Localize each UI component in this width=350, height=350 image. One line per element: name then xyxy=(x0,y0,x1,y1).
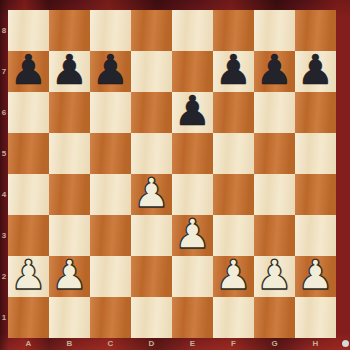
square-h5[interactable] xyxy=(295,133,336,174)
square-b4[interactable] xyxy=(49,174,90,215)
square-b6[interactable] xyxy=(49,92,90,133)
black-pawn[interactable]: ♟ xyxy=(8,50,49,91)
square-f4[interactable] xyxy=(213,174,254,215)
file-label: E xyxy=(172,337,213,350)
square-a3[interactable] xyxy=(8,215,49,256)
white-pawn[interactable]: ♟ xyxy=(213,255,254,296)
black-pawn[interactable]: ♟ xyxy=(295,50,336,91)
square-a8[interactable] xyxy=(8,10,49,51)
square-h2[interactable]: ♟ xyxy=(295,256,336,297)
square-g1[interactable] xyxy=(254,297,295,338)
black-pawn[interactable]: ♟ xyxy=(254,50,295,91)
square-d7[interactable] xyxy=(131,51,172,92)
file-label: H xyxy=(295,337,336,350)
file-label: A xyxy=(8,337,49,350)
rank-label: 8 xyxy=(0,10,8,51)
square-e2[interactable] xyxy=(172,256,213,297)
square-d4[interactable]: ♟ xyxy=(131,174,172,215)
square-g2[interactable]: ♟ xyxy=(254,256,295,297)
rank-label: 4 xyxy=(0,174,8,215)
square-f6[interactable] xyxy=(213,92,254,133)
square-e3[interactable]: ♟ xyxy=(172,215,213,256)
square-b7[interactable]: ♟ xyxy=(49,51,90,92)
square-a6[interactable] xyxy=(8,92,49,133)
square-e6[interactable]: ♟ xyxy=(172,92,213,133)
square-c1[interactable] xyxy=(90,297,131,338)
black-pawn[interactable]: ♟ xyxy=(213,50,254,91)
square-d8[interactable] xyxy=(131,10,172,51)
square-g3[interactable] xyxy=(254,215,295,256)
square-c7[interactable]: ♟ xyxy=(90,51,131,92)
square-d3[interactable] xyxy=(131,215,172,256)
square-b8[interactable] xyxy=(49,10,90,51)
black-pawn[interactable]: ♟ xyxy=(172,91,213,132)
square-a5[interactable] xyxy=(8,133,49,174)
board-frame: 87654321 ♟♟♟♟♟♟♟♟♟♟♟♟♟♟ ABCDEFGH xyxy=(0,0,350,350)
black-pawn[interactable]: ♟ xyxy=(90,50,131,91)
square-f3[interactable] xyxy=(213,215,254,256)
square-c4[interactable] xyxy=(90,174,131,215)
rank-label: 2 xyxy=(0,256,8,297)
chess-board: ♟♟♟♟♟♟♟♟♟♟♟♟♟♟ xyxy=(8,10,336,338)
square-h7[interactable]: ♟ xyxy=(295,51,336,92)
white-pawn[interactable]: ♟ xyxy=(295,255,336,296)
rank-label: 5 xyxy=(0,133,8,174)
white-pawn[interactable]: ♟ xyxy=(49,255,90,296)
square-h4[interactable] xyxy=(295,174,336,215)
square-g7[interactable]: ♟ xyxy=(254,51,295,92)
square-b5[interactable] xyxy=(49,133,90,174)
square-b3[interactable] xyxy=(49,215,90,256)
square-f1[interactable] xyxy=(213,297,254,338)
square-c2[interactable] xyxy=(90,256,131,297)
square-c5[interactable] xyxy=(90,133,131,174)
file-labels: ABCDEFGH xyxy=(8,337,336,350)
white-pawn[interactable]: ♟ xyxy=(8,255,49,296)
square-e1[interactable] xyxy=(172,297,213,338)
square-e7[interactable] xyxy=(172,51,213,92)
square-a1[interactable] xyxy=(8,297,49,338)
square-h8[interactable] xyxy=(295,10,336,51)
rank-label: 6 xyxy=(0,92,8,133)
square-h1[interactable] xyxy=(295,297,336,338)
file-label: D xyxy=(131,337,172,350)
square-e4[interactable] xyxy=(172,174,213,215)
square-d6[interactable] xyxy=(131,92,172,133)
square-a4[interactable] xyxy=(8,174,49,215)
square-f8[interactable] xyxy=(213,10,254,51)
square-c6[interactable] xyxy=(90,92,131,133)
black-pawn[interactable]: ♟ xyxy=(49,50,90,91)
file-label: G xyxy=(254,337,295,350)
white-pawn[interactable]: ♟ xyxy=(172,214,213,255)
rank-label: 1 xyxy=(0,297,8,338)
square-d1[interactable] xyxy=(131,297,172,338)
square-e5[interactable] xyxy=(172,133,213,174)
square-c3[interactable] xyxy=(90,215,131,256)
square-f7[interactable]: ♟ xyxy=(213,51,254,92)
file-label: B xyxy=(49,337,90,350)
square-g4[interactable] xyxy=(254,174,295,215)
corner-dot xyxy=(342,340,349,347)
square-a7[interactable]: ♟ xyxy=(8,51,49,92)
square-f5[interactable] xyxy=(213,133,254,174)
square-e8[interactable] xyxy=(172,10,213,51)
white-pawn[interactable]: ♟ xyxy=(254,255,295,296)
rank-label: 3 xyxy=(0,215,8,256)
square-g6[interactable] xyxy=(254,92,295,133)
rank-labels: 87654321 xyxy=(0,10,8,338)
square-h3[interactable] xyxy=(295,215,336,256)
rank-label: 7 xyxy=(0,51,8,92)
white-pawn[interactable]: ♟ xyxy=(131,173,172,214)
square-f2[interactable]: ♟ xyxy=(213,256,254,297)
square-g5[interactable] xyxy=(254,133,295,174)
square-b1[interactable] xyxy=(49,297,90,338)
square-h6[interactable] xyxy=(295,92,336,133)
square-b2[interactable]: ♟ xyxy=(49,256,90,297)
square-g8[interactable] xyxy=(254,10,295,51)
file-label: C xyxy=(90,337,131,350)
square-c8[interactable] xyxy=(90,10,131,51)
file-label: F xyxy=(213,337,254,350)
square-d2[interactable] xyxy=(131,256,172,297)
square-d5[interactable] xyxy=(131,133,172,174)
square-a2[interactable]: ♟ xyxy=(8,256,49,297)
